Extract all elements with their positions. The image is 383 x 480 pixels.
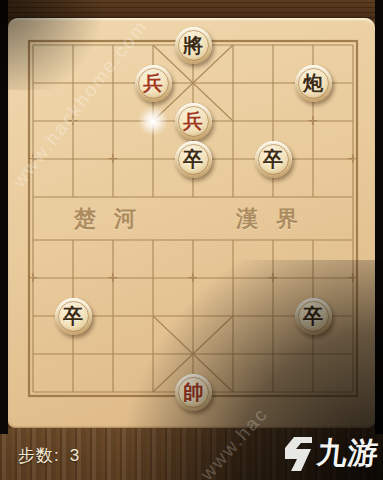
piece-glyph: 將 xyxy=(183,35,203,55)
piece-black-卒[interactable]: 卒 xyxy=(55,298,92,335)
9game-logo-text: 九游 xyxy=(315,433,381,474)
piece-red-兵[interactable]: 兵 xyxy=(175,103,212,140)
piece-black-將[interactable]: 將 xyxy=(175,27,212,64)
piece-glyph: 兵 xyxy=(183,111,203,131)
9game-logo-icon xyxy=(283,436,313,472)
xiangqi-board-panel: 楚河 漢界 ✛✛✛✛✛✛✛✛✛✛✛✛✛✛ 將兵炮兵卒卒卒卒帥✦ xyxy=(8,18,375,428)
right-black-edge xyxy=(375,0,383,434)
move-counter: 步数:3 xyxy=(18,444,80,467)
piece-black-卒[interactable]: 卒 xyxy=(255,141,292,178)
piece-glyph: 卒 xyxy=(263,149,283,169)
xiangqi-app-screen: 楚河 漢界 ✛✛✛✛✛✛✛✛✛✛✛✛✛✛ 將兵炮兵卒卒卒卒帥✦ 步数:3 www… xyxy=(0,0,383,480)
piece-glyph: 卒 xyxy=(183,149,203,169)
last-move-sparkle: ✦ xyxy=(138,106,168,136)
piece-black-卒[interactable]: 卒 xyxy=(295,298,332,335)
piece-black-炮[interactable]: 炮 xyxy=(295,65,332,102)
move-counter-label: 步数: xyxy=(18,446,60,465)
piece-glyph: 炮 xyxy=(303,73,323,93)
piece-red-兵[interactable]: 兵 xyxy=(135,65,172,102)
9game-logo: 九游 xyxy=(283,433,379,474)
move-counter-value: 3 xyxy=(70,446,80,465)
piece-black-卒[interactable]: 卒 xyxy=(175,141,212,178)
top-wood-bar xyxy=(0,0,383,18)
piece-red-帥[interactable]: 帥 xyxy=(175,374,212,411)
piece-glyph: 卒 xyxy=(303,306,323,326)
piece-glyph: 帥 xyxy=(183,382,203,402)
board-grid[interactable]: 將兵炮兵卒卒卒卒帥✦ xyxy=(13,26,373,411)
left-black-edge xyxy=(0,0,8,434)
piece-glyph: 兵 xyxy=(143,73,163,93)
piece-glyph: 卒 xyxy=(63,306,83,326)
